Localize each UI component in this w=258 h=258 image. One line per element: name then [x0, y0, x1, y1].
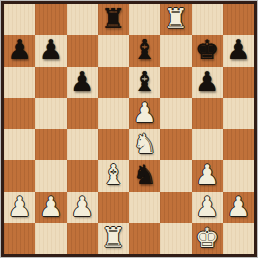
square-b4[interactable]	[35, 129, 66, 160]
square-d7[interactable]	[98, 35, 129, 66]
white-pawn-e5[interactable]: ♟	[133, 99, 157, 126]
white-pawn-g3[interactable]: ♟	[195, 161, 219, 188]
white-rook-d1[interactable]: ♜	[101, 224, 125, 251]
square-f7[interactable]	[160, 35, 191, 66]
square-h4[interactable]	[223, 129, 254, 160]
white-pawn-b2[interactable]: ♟	[39, 193, 63, 220]
square-h2[interactable]: ♟	[223, 192, 254, 223]
square-f1[interactable]	[160, 223, 191, 254]
square-a7[interactable]: ♟	[4, 35, 35, 66]
square-c5[interactable]	[67, 98, 98, 129]
square-e1[interactable]	[129, 223, 160, 254]
square-h7[interactable]: ♟	[223, 35, 254, 66]
square-e2[interactable]	[129, 192, 160, 223]
square-c1[interactable]	[67, 223, 98, 254]
square-b7[interactable]: ♟	[35, 35, 66, 66]
black-bishop-e6[interactable]: ♝	[133, 68, 157, 95]
square-b3[interactable]	[35, 160, 66, 191]
square-c2[interactable]: ♟	[67, 192, 98, 223]
black-rook-d8[interactable]: ♜	[101, 5, 125, 32]
square-c3[interactable]	[67, 160, 98, 191]
square-a5[interactable]	[4, 98, 35, 129]
chess-board: ♜♜♟♟♝♚♟♟♝♟♟♞♝♞♟♟♟♟♟♟♜♚	[4, 4, 254, 254]
square-h3[interactable]	[223, 160, 254, 191]
black-pawn-c6[interactable]: ♟	[70, 68, 94, 95]
board-border: ♜♜♟♟♝♚♟♟♝♟♟♞♝♞♟♟♟♟♟♟♜♚	[1, 1, 257, 257]
square-a1[interactable]	[4, 223, 35, 254]
square-b1[interactable]	[35, 223, 66, 254]
square-b5[interactable]	[35, 98, 66, 129]
square-g6[interactable]: ♟	[192, 67, 223, 98]
square-d5[interactable]	[98, 98, 129, 129]
square-g2[interactable]: ♟	[192, 192, 223, 223]
black-pawn-h7[interactable]: ♟	[226, 36, 250, 63]
square-d6[interactable]	[98, 67, 129, 98]
square-g7[interactable]: ♚	[192, 35, 223, 66]
square-d4[interactable]	[98, 129, 129, 160]
square-d1[interactable]: ♜	[98, 223, 129, 254]
square-f5[interactable]	[160, 98, 191, 129]
square-f8[interactable]: ♜	[160, 4, 191, 35]
white-bishop-d3[interactable]: ♝	[101, 161, 125, 188]
white-pawn-g2[interactable]: ♟	[195, 193, 219, 220]
square-a3[interactable]	[4, 160, 35, 191]
white-pawn-a2[interactable]: ♟	[8, 193, 32, 220]
white-pawn-c2[interactable]: ♟	[70, 193, 94, 220]
square-f3[interactable]	[160, 160, 191, 191]
square-c4[interactable]	[67, 129, 98, 160]
square-e3[interactable]: ♞	[129, 160, 160, 191]
white-king-g1[interactable]: ♚	[195, 224, 219, 251]
black-pawn-g6[interactable]: ♟	[195, 68, 219, 95]
black-bishop-e7[interactable]: ♝	[133, 36, 157, 63]
square-c6[interactable]: ♟	[67, 67, 98, 98]
square-d8[interactable]: ♜	[98, 4, 129, 35]
white-rook-f8[interactable]: ♜	[164, 5, 188, 32]
white-pawn-h2[interactable]: ♟	[226, 193, 250, 220]
black-knight-e3[interactable]: ♞	[133, 161, 157, 188]
square-g1[interactable]: ♚	[192, 223, 223, 254]
square-e4[interactable]: ♞	[129, 129, 160, 160]
square-h1[interactable]	[223, 223, 254, 254]
black-pawn-a7[interactable]: ♟	[8, 36, 32, 63]
square-g5[interactable]	[192, 98, 223, 129]
square-h8[interactable]	[223, 4, 254, 35]
square-b6[interactable]	[35, 67, 66, 98]
square-h5[interactable]	[223, 98, 254, 129]
black-king-g7[interactable]: ♚	[195, 36, 219, 63]
square-e7[interactable]: ♝	[129, 35, 160, 66]
square-g4[interactable]	[192, 129, 223, 160]
square-a2[interactable]: ♟	[4, 192, 35, 223]
square-d3[interactable]: ♝	[98, 160, 129, 191]
square-c8[interactable]	[67, 4, 98, 35]
square-a4[interactable]	[4, 129, 35, 160]
square-g8[interactable]	[192, 4, 223, 35]
black-pawn-b7[interactable]: ♟	[39, 36, 63, 63]
white-knight-e4[interactable]: ♞	[133, 130, 157, 157]
square-b8[interactable]	[35, 4, 66, 35]
square-c7[interactable]	[67, 35, 98, 66]
board-frame: ♜♜♟♟♝♚♟♟♝♟♟♞♝♞♟♟♟♟♟♟♜♚	[0, 0, 258, 258]
square-f4[interactable]	[160, 129, 191, 160]
square-e8[interactable]	[129, 4, 160, 35]
square-e6[interactable]: ♝	[129, 67, 160, 98]
square-f2[interactable]	[160, 192, 191, 223]
square-a6[interactable]	[4, 67, 35, 98]
square-e5[interactable]: ♟	[129, 98, 160, 129]
square-b2[interactable]: ♟	[35, 192, 66, 223]
square-g3[interactable]: ♟	[192, 160, 223, 191]
square-d2[interactable]	[98, 192, 129, 223]
square-a8[interactable]	[4, 4, 35, 35]
square-h6[interactable]	[223, 67, 254, 98]
square-f6[interactable]	[160, 67, 191, 98]
